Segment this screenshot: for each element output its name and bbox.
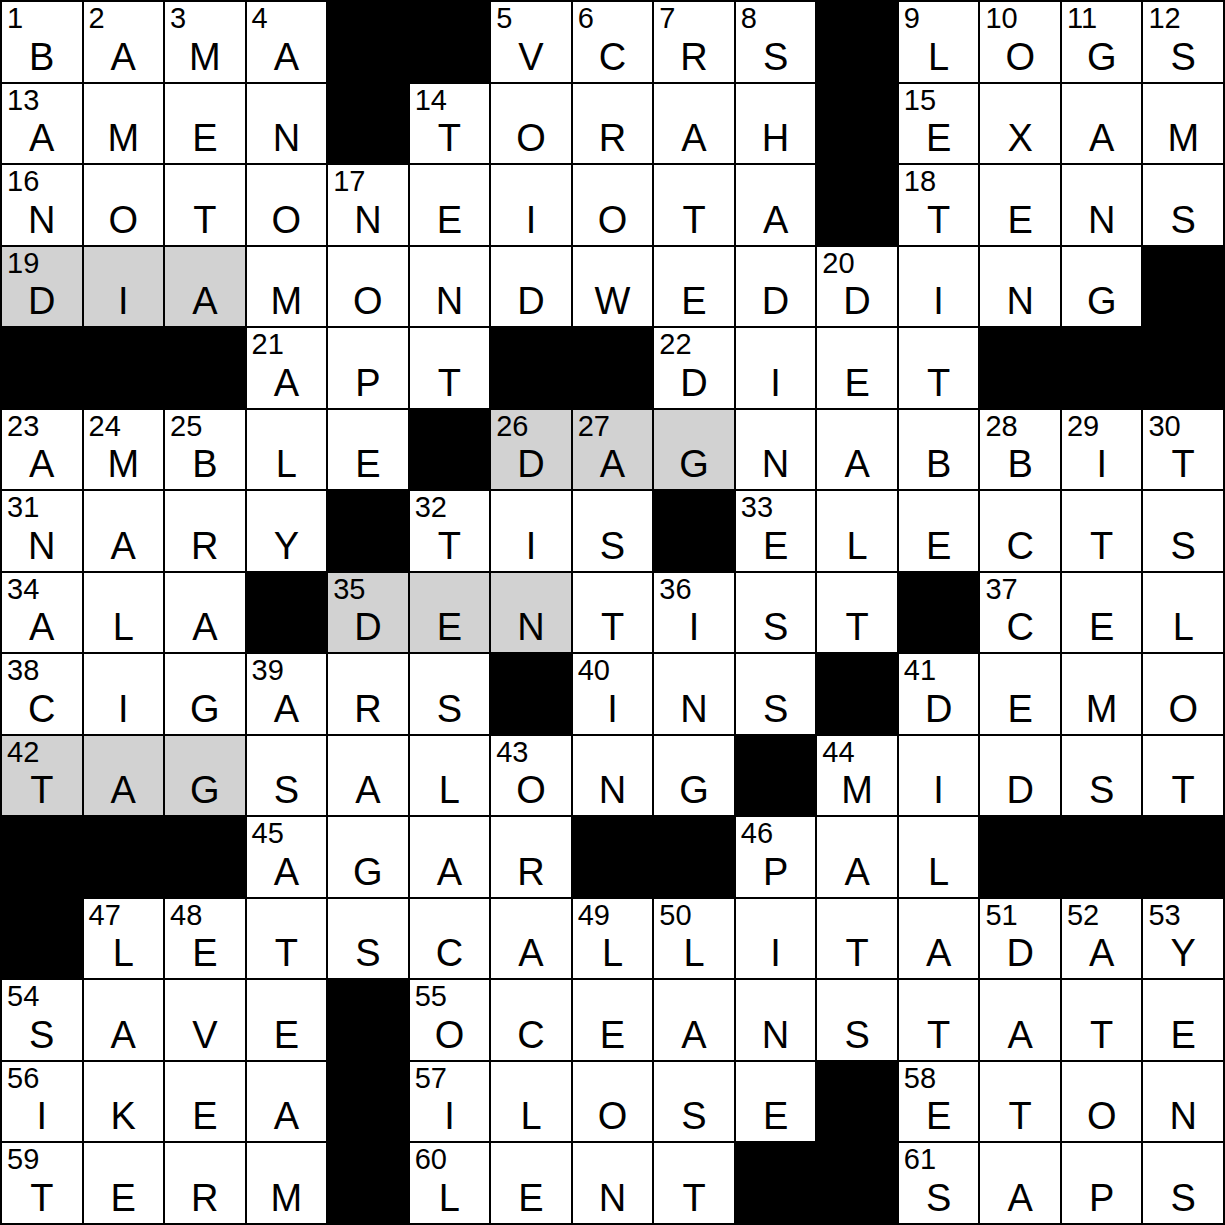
cell-letter: X	[980, 119, 1060, 157]
cell-r2-c6[interactable]: 14T	[410, 84, 490, 164]
cell-letter: A	[2, 119, 82, 157]
cell-r6-c3[interactable]: 25B	[165, 410, 245, 490]
cell-r1-c1[interactable]: 1B	[2, 2, 82, 82]
cell-r5-c11[interactable]: E	[817, 328, 897, 408]
clue-number: 28	[985, 411, 1017, 441]
cell-r2-c15[interactable]: M	[1143, 84, 1223, 164]
cell-r9-c13[interactable]: E	[980, 654, 1060, 734]
cell-r15-c14[interactable]: P	[1062, 1143, 1142, 1223]
cell-r13-c4[interactable]: E	[247, 980, 327, 1060]
cell-letter: T	[899, 201, 979, 239]
cell-letter: T	[410, 119, 490, 157]
cell-letter: G	[1062, 38, 1142, 76]
cell-letter: N	[410, 282, 490, 320]
cell-r12-c9[interactable]: 50L	[654, 899, 734, 979]
cell-r14-c6[interactable]: 57I	[410, 1062, 490, 1142]
cell-letter: I	[410, 1097, 490, 1135]
cell-letter: M	[1062, 690, 1142, 728]
clue-number: 7	[659, 3, 675, 33]
cell-r12-c11[interactable]: T	[817, 899, 897, 979]
cell-r4-c2[interactable]: I	[84, 247, 164, 327]
cell-letter: A	[165, 282, 245, 320]
cell-letter: O	[247, 201, 327, 239]
cell-letter: G	[654, 445, 734, 483]
cell-letter: E	[899, 1097, 979, 1135]
cell-r11-c2	[84, 817, 164, 897]
cell-letter: M	[247, 1179, 327, 1217]
cell-r2-c4[interactable]: N	[247, 84, 327, 164]
cell-letter: P	[328, 364, 408, 402]
cell-letter: E	[899, 527, 979, 565]
cell-r12-c8[interactable]: 49L	[573, 899, 653, 979]
cell-letter: A	[84, 771, 164, 809]
clue-number: 55	[415, 981, 447, 1011]
cell-r9-c15[interactable]: O	[1143, 654, 1223, 734]
cell-r1-c15[interactable]: 12S	[1143, 2, 1223, 82]
cell-letter: L	[1143, 608, 1223, 646]
cell-letter: D	[654, 364, 734, 402]
cell-r2-c2[interactable]: M	[84, 84, 164, 164]
cell-r7-c9	[654, 491, 734, 571]
cell-r3-c13[interactable]: E	[980, 165, 1060, 245]
cell-letter: E	[573, 1016, 653, 1054]
cell-r10-c2[interactable]: A	[84, 736, 164, 816]
cell-r12-c1	[2, 899, 82, 979]
cell-r12-c14[interactable]: 52A	[1062, 899, 1142, 979]
cell-letter: I	[84, 690, 164, 728]
cell-r3-c6[interactable]: E	[410, 165, 490, 245]
cell-r6-c14[interactable]: 29I	[1062, 410, 1142, 490]
cell-r4-c11[interactable]: 20D	[817, 247, 897, 327]
cell-letter: T	[2, 1179, 82, 1217]
clue-number: 49	[578, 900, 610, 930]
clue-number: 41	[904, 655, 936, 685]
clue-number: 33	[741, 492, 773, 522]
cell-r1-c6	[410, 2, 490, 82]
clue-number: 54	[7, 981, 39, 1011]
cell-r1-c14[interactable]: 11G	[1062, 2, 1142, 82]
cell-r3-c4[interactable]: O	[247, 165, 327, 245]
clue-number: 24	[89, 411, 121, 441]
cell-r4-c1[interactable]: 19D	[2, 247, 82, 327]
cell-r1-c11	[817, 2, 897, 82]
cell-r4-c10[interactable]: D	[736, 247, 816, 327]
cell-r13-c6[interactable]: 55O	[410, 980, 490, 1060]
cell-r3-c8[interactable]: O	[573, 165, 653, 245]
cell-r9-c5[interactable]: R	[328, 654, 408, 734]
cell-r7-c8[interactable]: S	[573, 491, 653, 571]
cell-r1-c13[interactable]: 10O	[980, 2, 1060, 82]
cell-r9-c6[interactable]: S	[410, 654, 490, 734]
cell-letter: T	[410, 364, 490, 402]
cell-r10-c6[interactable]: L	[410, 736, 490, 816]
cell-r5-c12[interactable]: T	[899, 328, 979, 408]
clue-number: 37	[985, 574, 1017, 604]
cell-r2-c3[interactable]: E	[165, 84, 245, 164]
cell-r10-c3[interactable]: G	[165, 736, 245, 816]
cell-letter: E	[165, 119, 245, 157]
cell-r12-c10[interactable]: I	[736, 899, 816, 979]
cell-letter: T	[2, 771, 82, 809]
cell-r7-c12[interactable]: E	[899, 491, 979, 571]
cell-r7-c15[interactable]: S	[1143, 491, 1223, 571]
cell-r2-c1[interactable]: 13A	[2, 84, 82, 164]
cell-letter: O	[1143, 690, 1223, 728]
cell-r9-c10[interactable]: S	[736, 654, 816, 734]
cell-r12-c4[interactable]: T	[247, 899, 327, 979]
cell-r2-c13[interactable]: X	[980, 84, 1060, 164]
clue-number: 57	[415, 1063, 447, 1093]
cell-letter: T	[1062, 1016, 1142, 1054]
cell-r15-c15[interactable]: S	[1143, 1143, 1223, 1223]
cell-r6-c12[interactable]: B	[899, 410, 979, 490]
cell-letter: E	[491, 1179, 571, 1217]
cell-letter: D	[736, 282, 816, 320]
cell-letter: S	[736, 38, 816, 76]
cell-r1-c5	[328, 2, 408, 82]
cell-r10-c14[interactable]: S	[1062, 736, 1142, 816]
cell-r3-c3[interactable]: T	[165, 165, 245, 245]
cell-r10-c12[interactable]: I	[899, 736, 979, 816]
cell-r12-c13[interactable]: 51D	[980, 899, 1060, 979]
cell-r15-c6[interactable]: 60L	[410, 1143, 490, 1223]
cell-r4-c5[interactable]: O	[328, 247, 408, 327]
cell-letter: A	[980, 1016, 1060, 1054]
cell-letter: D	[491, 445, 571, 483]
cell-letter: W	[573, 282, 653, 320]
cell-r6-c1[interactable]: 23A	[2, 410, 82, 490]
cell-r8-c6[interactable]: E	[410, 573, 490, 653]
cell-r9-c2[interactable]: I	[84, 654, 164, 734]
cell-letter: M	[165, 38, 245, 76]
cell-r11-c8	[573, 817, 653, 897]
clue-number: 61	[904, 1144, 936, 1174]
cell-r12-c3[interactable]: 48E	[165, 899, 245, 979]
cell-r7-c1[interactable]: 31N	[2, 491, 82, 571]
cell-r2-c12[interactable]: 15E	[899, 84, 979, 164]
cell-letter: A	[980, 1179, 1060, 1217]
cell-r7-c2[interactable]: A	[84, 491, 164, 571]
cell-r4-c13[interactable]: N	[980, 247, 1060, 327]
clue-number: 36	[659, 574, 691, 604]
cell-r7-c14[interactable]: T	[1062, 491, 1142, 571]
cell-r6-c8[interactable]: 27A	[573, 410, 653, 490]
cell-letter: I	[654, 608, 734, 646]
cell-letter: E	[736, 1097, 816, 1135]
cell-r11-c10[interactable]: 46P	[736, 817, 816, 897]
clue-number: 52	[1067, 900, 1099, 930]
cell-r9-c3[interactable]: G	[165, 654, 245, 734]
cell-r3-c5[interactable]: 17N	[328, 165, 408, 245]
cell-r6-c4[interactable]: L	[247, 410, 327, 490]
cell-r3-c12[interactable]: 18T	[899, 165, 979, 245]
cell-letter: D	[817, 282, 897, 320]
cell-r3-c2[interactable]: O	[84, 165, 164, 245]
cell-r4-c4[interactable]: M	[247, 247, 327, 327]
cell-r1-c10[interactable]: 8S	[736, 2, 816, 82]
cell-letter: I	[491, 201, 571, 239]
cell-r10-c5[interactable]: A	[328, 736, 408, 816]
cell-r4-c8[interactable]: W	[573, 247, 653, 327]
cell-letter: M	[1143, 119, 1223, 157]
cell-r2-c14[interactable]: A	[1062, 84, 1142, 164]
cell-r2-c9[interactable]: A	[654, 84, 734, 164]
cell-letter: N	[736, 1016, 816, 1054]
cell-r5-c6[interactable]: T	[410, 328, 490, 408]
cell-r4-c3[interactable]: A	[165, 247, 245, 327]
cell-r12-c2[interactable]: 47L	[84, 899, 164, 979]
cell-r7-c5	[328, 491, 408, 571]
cell-r9-c14[interactable]: M	[1062, 654, 1142, 734]
cell-r14-c14[interactable]: O	[1062, 1062, 1142, 1142]
cell-r13-c10[interactable]: N	[736, 980, 816, 1060]
cell-letter: E	[980, 690, 1060, 728]
cell-r5-c2	[84, 328, 164, 408]
cell-letter: H	[736, 119, 816, 157]
cell-r13-c12[interactable]: T	[899, 980, 979, 1060]
cell-r8-c8[interactable]: T	[573, 573, 653, 653]
cell-r10-c8[interactable]: N	[573, 736, 653, 816]
cell-r6-c7[interactable]: 26D	[491, 410, 571, 490]
cell-r8-c5[interactable]: 35D	[328, 573, 408, 653]
cell-r8-c2[interactable]: L	[84, 573, 164, 653]
cell-letter: M	[247, 282, 327, 320]
cell-r1-c9[interactable]: 7R	[654, 2, 734, 82]
clue-number: 48	[170, 900, 202, 930]
cell-r9-c12[interactable]: 41D	[899, 654, 979, 734]
cell-r8-c15[interactable]: L	[1143, 573, 1223, 653]
cell-letter: S	[1143, 527, 1223, 565]
cell-r8-c1[interactable]: 34A	[2, 573, 82, 653]
cell-r15-c12[interactable]: 61S	[899, 1143, 979, 1223]
cell-letter: V	[165, 1016, 245, 1054]
cell-r2-c10[interactable]: H	[736, 84, 816, 164]
cell-r12-c6[interactable]: C	[410, 899, 490, 979]
cell-letter: N	[654, 690, 734, 728]
cell-letter: D	[491, 282, 571, 320]
cell-letter: I	[2, 1097, 82, 1135]
cell-r13-c14[interactable]: T	[1062, 980, 1142, 1060]
cell-letter: C	[980, 608, 1060, 646]
cell-letter: A	[2, 445, 82, 483]
cell-r10-c1[interactable]: 42T	[2, 736, 82, 816]
cell-letter: A	[165, 608, 245, 646]
cell-r8-c9[interactable]: 36I	[654, 573, 734, 653]
cell-r15-c13[interactable]: A	[980, 1143, 1060, 1223]
cell-r3-c14[interactable]: N	[1062, 165, 1142, 245]
cell-r5-c9[interactable]: 22D	[654, 328, 734, 408]
cell-r11-c4[interactable]: 45A	[247, 817, 327, 897]
cell-r4-c9[interactable]: E	[654, 247, 734, 327]
cell-r7-c10[interactable]: 33E	[736, 491, 816, 571]
cell-r4-c14[interactable]: G	[1062, 247, 1142, 327]
cell-r8-c14[interactable]: E	[1062, 573, 1142, 653]
cell-r11-c11[interactable]: A	[817, 817, 897, 897]
cell-r10-c7[interactable]: 43O	[491, 736, 571, 816]
cell-r14-c10[interactable]: E	[736, 1062, 816, 1142]
cell-r6-c15[interactable]: 30T	[1143, 410, 1223, 490]
cell-r7-c6[interactable]: 32T	[410, 491, 490, 571]
cell-r14-c4[interactable]: A	[247, 1062, 327, 1142]
cell-r14-c13[interactable]: T	[980, 1062, 1060, 1142]
cell-r13-c13[interactable]: A	[980, 980, 1060, 1060]
cell-letter: T	[1143, 445, 1223, 483]
cell-r1-c2[interactable]: 2A	[84, 2, 164, 82]
cell-r9-c1[interactable]: 38C	[2, 654, 82, 734]
cell-r1-c3[interactable]: 3M	[165, 2, 245, 82]
cell-r1-c4[interactable]: 4A	[247, 2, 327, 82]
cell-r15-c2[interactable]: E	[84, 1143, 164, 1223]
cell-letter: M	[84, 445, 164, 483]
cell-r11-c1	[2, 817, 82, 897]
cell-r1-c7[interactable]: 5V	[491, 2, 571, 82]
clue-number: 32	[415, 492, 447, 522]
cell-r14-c2[interactable]: K	[84, 1062, 164, 1142]
cell-r13-c11[interactable]: S	[817, 980, 897, 1060]
cell-r7-c13[interactable]: C	[980, 491, 1060, 571]
cell-r13-c3[interactable]: V	[165, 980, 245, 1060]
cell-r11-c5[interactable]: G	[328, 817, 408, 897]
cell-letter: T	[1143, 771, 1223, 809]
cell-letter: T	[654, 201, 734, 239]
cell-r9-c11	[817, 654, 897, 734]
clue-number: 18	[904, 166, 936, 196]
cell-r11-c12[interactable]: L	[899, 817, 979, 897]
cell-letter: R	[491, 853, 571, 891]
cell-r1-c8[interactable]: 6C	[573, 2, 653, 82]
cell-r7-c7[interactable]: I	[491, 491, 571, 571]
cell-letter: S	[736, 690, 816, 728]
cell-letter: T	[1062, 527, 1142, 565]
cell-r4-c6[interactable]: N	[410, 247, 490, 327]
cell-letter: I	[1062, 445, 1142, 483]
cell-r10-c15[interactable]: T	[1143, 736, 1223, 816]
cell-r13-c7[interactable]: C	[491, 980, 571, 1060]
cell-r2-c8[interactable]: R	[573, 84, 653, 164]
cell-r3-c10[interactable]: A	[736, 165, 816, 245]
cell-r14-c15[interactable]: N	[1143, 1062, 1223, 1142]
cell-r8-c7[interactable]: N	[491, 573, 571, 653]
cell-r6-c13[interactable]: 28B	[980, 410, 1060, 490]
cell-r15-c7[interactable]: E	[491, 1143, 571, 1223]
cell-r12-c12[interactable]: A	[899, 899, 979, 979]
cell-letter: A	[247, 690, 327, 728]
cell-letter: G	[328, 853, 408, 891]
cell-r2-c7[interactable]: O	[491, 84, 571, 164]
cell-r13-c8[interactable]: E	[573, 980, 653, 1060]
cell-r15-c9[interactable]: T	[654, 1143, 734, 1223]
cell-letter: O	[410, 1016, 490, 1054]
cell-r9-c8[interactable]: 40I	[573, 654, 653, 734]
cell-r5-c10[interactable]: I	[736, 328, 816, 408]
cell-r14-c12[interactable]: 58E	[899, 1062, 979, 1142]
cell-r6-c2[interactable]: 24M	[84, 410, 164, 490]
cell-r14-c7[interactable]: L	[491, 1062, 571, 1142]
cell-r5-c4[interactable]: 21A	[247, 328, 327, 408]
cell-r10-c11[interactable]: 44M	[817, 736, 897, 816]
clue-number: 44	[822, 737, 854, 767]
cell-r4-c7[interactable]: D	[491, 247, 571, 327]
cell-r13-c2[interactable]: A	[84, 980, 164, 1060]
cell-r15-c1[interactable]: 59T	[2, 1143, 82, 1223]
cell-r9-c9[interactable]: N	[654, 654, 734, 734]
cell-r3-c1[interactable]: 16N	[2, 165, 82, 245]
cell-r13-c15[interactable]: E	[1143, 980, 1223, 1060]
cell-letter: R	[328, 690, 408, 728]
cell-letter: N	[573, 1179, 653, 1217]
cell-r11-c3	[165, 817, 245, 897]
cell-r7-c4[interactable]: Y	[247, 491, 327, 571]
clue-number: 53	[1148, 900, 1180, 930]
cell-r3-c15[interactable]: S	[1143, 165, 1223, 245]
cell-r13-c1[interactable]: 54S	[2, 980, 82, 1060]
cell-r8-c11[interactable]: T	[817, 573, 897, 653]
cell-r10-c9[interactable]: G	[654, 736, 734, 816]
cell-r8-c3[interactable]: A	[165, 573, 245, 653]
clue-number: 47	[89, 900, 121, 930]
clue-number: 29	[1067, 411, 1099, 441]
cell-r10-c4[interactable]: S	[247, 736, 327, 816]
cell-r1-c12[interactable]: 9L	[899, 2, 979, 82]
cell-r3-c7[interactable]: I	[491, 165, 571, 245]
cell-letter: B	[899, 445, 979, 483]
cell-r13-c9[interactable]: A	[654, 980, 734, 1060]
cell-r7-c3[interactable]: R	[165, 491, 245, 571]
cell-r8-c13[interactable]: 37C	[980, 573, 1060, 653]
cell-r9-c4[interactable]: 39A	[247, 654, 327, 734]
cell-r14-c1[interactable]: 56I	[2, 1062, 82, 1142]
cell-r6-c9[interactable]: G	[654, 410, 734, 490]
cell-r6-c10[interactable]: N	[736, 410, 816, 490]
cell-r12-c7[interactable]: A	[491, 899, 571, 979]
cell-letter: L	[491, 1097, 571, 1135]
cell-r6-c5[interactable]: E	[328, 410, 408, 490]
cell-letter: N	[247, 119, 327, 157]
clue-number: 27	[578, 411, 610, 441]
cell-r3-c9[interactable]: T	[654, 165, 734, 245]
cell-r15-c3[interactable]: R	[165, 1143, 245, 1223]
cell-r14-c8[interactable]: O	[573, 1062, 653, 1142]
cell-r7-c11[interactable]: L	[817, 491, 897, 571]
cell-r6-c11[interactable]: A	[817, 410, 897, 490]
cell-r10-c13[interactable]: D	[980, 736, 1060, 816]
cell-r14-c9[interactable]: S	[654, 1062, 734, 1142]
cell-r4-c15	[1143, 247, 1223, 327]
clue-number: 26	[496, 411, 528, 441]
cell-letter: B	[2, 38, 82, 76]
cell-r4-c12[interactable]: I	[899, 247, 979, 327]
cell-r12-c15[interactable]: 53Y	[1143, 899, 1223, 979]
cell-r8-c10[interactable]: S	[736, 573, 816, 653]
cell-letter: O	[573, 1097, 653, 1135]
cell-r5-c5[interactable]: P	[328, 328, 408, 408]
cell-letter: S	[1143, 38, 1223, 76]
cell-r15-c4[interactable]: M	[247, 1143, 327, 1223]
cell-letter: T	[817, 934, 897, 972]
cell-letter: Y	[1143, 934, 1223, 972]
cell-letter: O	[980, 38, 1060, 76]
cell-r14-c3[interactable]: E	[165, 1062, 245, 1142]
cell-r11-c7[interactable]: R	[491, 817, 571, 897]
cell-letter: I	[899, 282, 979, 320]
cell-r2-c5	[328, 84, 408, 164]
cell-letter: A	[817, 853, 897, 891]
cell-r11-c6[interactable]: A	[410, 817, 490, 897]
cell-r15-c8[interactable]: N	[573, 1143, 653, 1223]
cell-r5-c13	[980, 328, 1060, 408]
clue-number: 19	[7, 248, 39, 278]
cell-r12-c5[interactable]: S	[328, 899, 408, 979]
